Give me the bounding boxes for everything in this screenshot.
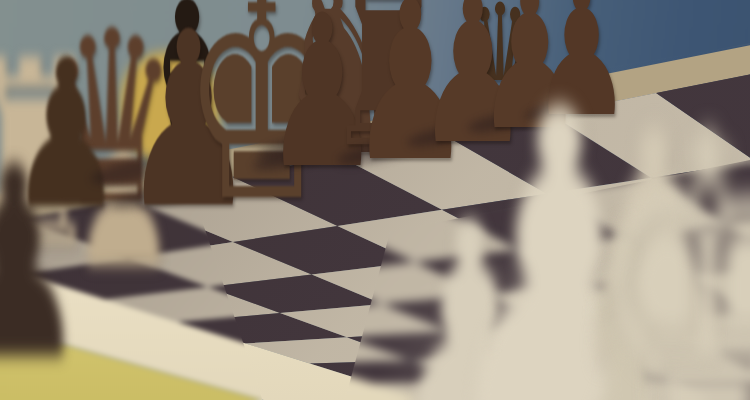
- white-king-blurred: ♚: [575, 82, 750, 400]
- chess-photo-scene: ♜♟♟♛♟♝♟♚♞♟♜♛♟♟♟♟♟♟♟♝♚: [0, 0, 750, 400]
